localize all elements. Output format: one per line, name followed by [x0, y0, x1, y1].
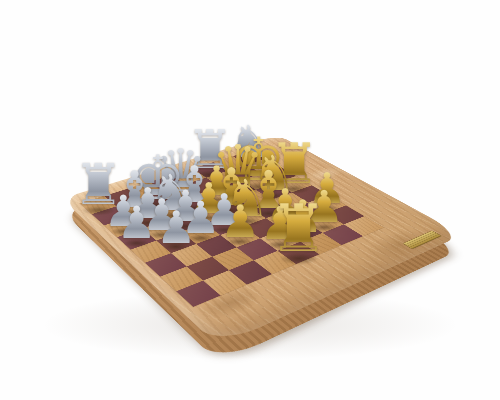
square-a3 [145, 253, 187, 276]
square-c3 [196, 235, 236, 257]
square-c1 [229, 260, 272, 284]
square-a5 [117, 229, 156, 250]
square-e3 [244, 218, 283, 238]
square-b2 [187, 257, 229, 281]
square-e1 [278, 242, 320, 264]
square-d1 [254, 251, 296, 274]
square-f2 [283, 221, 323, 241]
square-e2 [260, 230, 300, 251]
square-b1 [203, 270, 247, 295]
square-d3 [220, 226, 260, 247]
square-d2 [237, 238, 278, 260]
square-c4 [181, 223, 220, 244]
square-g1 [323, 224, 363, 245]
square-a6 [104, 217, 142, 237]
square-g2 [305, 213, 344, 233]
square-b3 [171, 244, 212, 267]
brand-plaque [403, 231, 441, 249]
square-a1 [176, 281, 220, 307]
square-d4 [205, 215, 244, 235]
square-c2 [212, 247, 254, 270]
square-h1 [344, 216, 384, 236]
product-photo-scene: ♜♜♞♝♚♛♟♟♞♝♟♛♚♟♟♟♟♝♞♜♟♟♟♞♝♟♟♟♟♟♟♜ [0, 0, 500, 400]
chess-board-grid [80, 150, 383, 307]
square-b5 [142, 220, 181, 240]
square-b4 [156, 232, 196, 253]
square-a4 [131, 241, 171, 263]
square-a2 [160, 266, 203, 291]
square-f1 [300, 233, 341, 254]
